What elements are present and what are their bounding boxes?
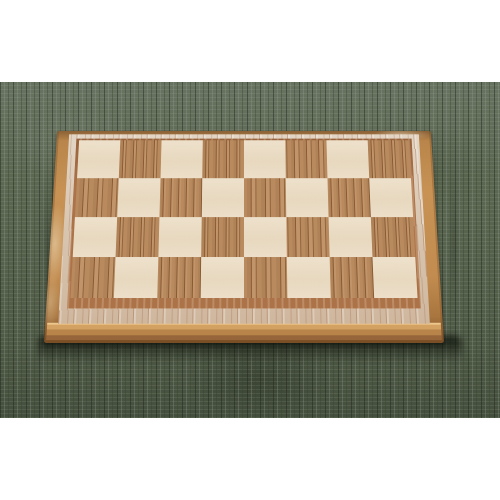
board-square-r1c3-light [161, 140, 203, 178]
board-square-r1c5-light [244, 140, 286, 178]
box-side-shadow-right [452, 142, 464, 342]
board-square-r3c4-dark [201, 217, 244, 257]
board-square-r2c7-dark [327, 178, 370, 217]
board-square-r1c7-light [326, 140, 369, 178]
board-square-r2c3-dark [159, 178, 202, 217]
chessboard-grid [70, 140, 417, 298]
board-square-r4c2-light [114, 257, 159, 298]
board-square-r3c5-light [244, 217, 287, 257]
board-square-r3c7-light [329, 217, 373, 257]
board-square-r2c4-light [202, 178, 244, 217]
board-square-r4c4-light [201, 257, 244, 298]
folded-chess-box [44, 131, 444, 343]
board-square-r2c2-light [117, 178, 160, 217]
board-square-r2c6-light [286, 178, 329, 217]
board-square-r4c7-dark [330, 257, 375, 298]
board-square-r4c8-light [372, 257, 417, 298]
board-square-r3c6-dark [286, 217, 329, 257]
board-square-r1c6-dark [285, 140, 327, 178]
board-square-r2c5-dark [244, 178, 286, 217]
board-square-r2c1-dark [75, 178, 119, 217]
board-square-r3c2-dark [116, 217, 160, 257]
board-square-r3c1-light [73, 217, 117, 257]
board-square-r1c2-dark [119, 140, 162, 178]
board-square-r1c1-light [77, 140, 120, 178]
board-square-r1c4-dark [202, 140, 244, 178]
board-square-r3c3-light [158, 217, 201, 257]
carpet-background [0, 82, 500, 418]
board-square-r4c5-dark [244, 257, 287, 298]
oak-front-bevel [46, 323, 442, 343]
board-square-r4c6-light [287, 257, 331, 298]
board-square-r1c8-dark [368, 140, 411, 178]
board-square-r2c8-light [369, 178, 413, 217]
page-background [0, 0, 500, 500]
board-square-r4c3-dark [157, 257, 201, 298]
board-square-r3c8-dark [371, 217, 415, 257]
board-square-r4c1-dark [70, 257, 115, 298]
